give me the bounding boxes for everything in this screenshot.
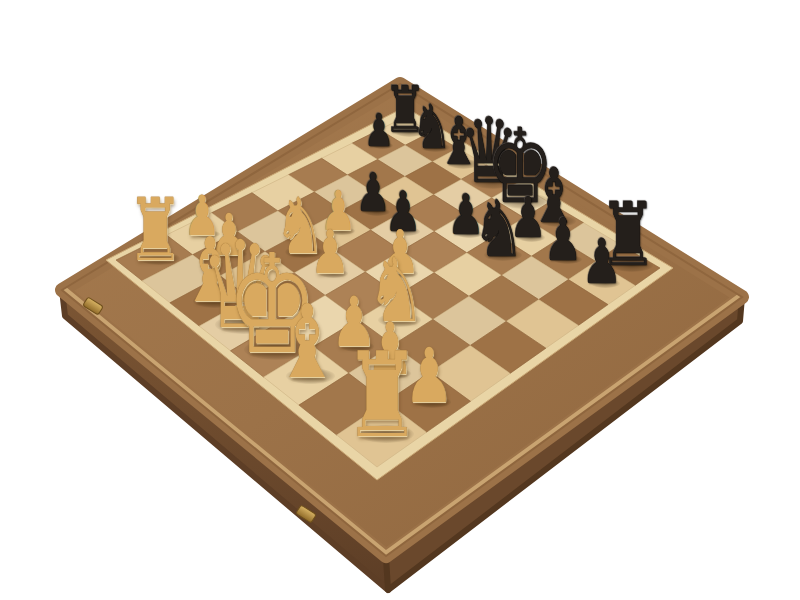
piece-white-rook-a1[interactable]: ♜ [126, 186, 183, 272]
chess-set-photo: ♜♟♞♝♛♚♟♝♟♟♟♟♟♞♟♞♜♟♜♟♟♟♝♞♛♟♚♟♝♟♜ [0, 0, 800, 600]
piece-black-pawn-a7[interactable]: ♟ [364, 107, 394, 152]
piece-black-knight-f6[interactable]: ♞ [473, 190, 525, 268]
piece-black-pawn-g7[interactable]: ♟ [544, 211, 583, 270]
piece-black-pawn-h7[interactable]: ♟ [581, 232, 622, 294]
piece-white-rook-h1[interactable]: ♜ [343, 337, 421, 454]
piece-white-bishop-f1[interactable]: ♝ [273, 292, 340, 393]
